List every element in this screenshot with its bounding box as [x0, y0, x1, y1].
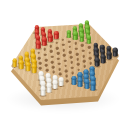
- peg-head: [77, 72, 82, 77]
- peg-head: [89, 66, 94, 71]
- peg-head: [53, 80, 58, 85]
- board-hole: [89, 62, 92, 65]
- peg-head: [40, 81, 45, 86]
- peg-head: [91, 81, 96, 86]
- peg-black[interactable]: [95, 58, 100, 67]
- peg-head: [100, 44, 105, 48]
- peg-white[interactable]: [47, 83, 52, 92]
- peg-head: [90, 76, 95, 81]
- board-hole: [62, 38, 65, 41]
- peg-head: [30, 49, 35, 53]
- board-hole: [57, 57, 60, 60]
- peg-white[interactable]: [53, 80, 58, 89]
- peg-blue[interactable]: [91, 81, 96, 90]
- board-hole: [45, 59, 48, 62]
- board-hole: [88, 51, 91, 54]
- board-hole: [75, 42, 78, 45]
- board-hole: [45, 64, 48, 67]
- peg-head: [41, 86, 46, 91]
- peg-green[interactable]: [86, 35, 90, 43]
- board-hole: [46, 69, 49, 72]
- peg-head: [84, 74, 89, 79]
- peg-head: [47, 83, 52, 88]
- board-hole: [59, 73, 62, 76]
- peg-black[interactable]: [113, 48, 118, 56]
- peg-blue[interactable]: [71, 76, 76, 85]
- board-hole: [89, 57, 92, 60]
- board-hole: [83, 60, 86, 63]
- peg-blue[interactable]: [78, 77, 83, 86]
- peg-red[interactable]: [48, 34, 52, 42]
- board-hole: [76, 58, 79, 61]
- peg-head: [83, 69, 88, 74]
- board-hole: [65, 75, 68, 78]
- peg-head: [52, 75, 57, 80]
- board-hole: [81, 44, 84, 47]
- board-hole: [82, 55, 85, 58]
- board-hole: [51, 55, 54, 58]
- board-hole: [44, 53, 47, 56]
- board-hole: [57, 52, 60, 55]
- peg-head: [18, 55, 23, 59]
- peg-head: [94, 47, 99, 51]
- peg-head: [71, 76, 76, 81]
- board-cells-layer: [0, 0, 128, 128]
- peg-head: [107, 51, 112, 55]
- peg-yellow[interactable]: [12, 58, 17, 67]
- board-hole: [51, 60, 54, 63]
- board-hole: [69, 45, 72, 48]
- peg-green[interactable]: [73, 31, 77, 39]
- board-hole: [43, 48, 46, 51]
- board-hole: [58, 62, 61, 65]
- peg-yellow[interactable]: [25, 62, 30, 71]
- board-hole: [37, 51, 40, 54]
- board-hole: [56, 42, 59, 45]
- peg-head: [78, 77, 83, 82]
- board-hole: [75, 47, 78, 50]
- board-hole: [77, 63, 80, 66]
- board-hole: [52, 66, 55, 69]
- peg-yellow[interactable]: [32, 64, 37, 73]
- board-hole: [71, 66, 74, 69]
- peg-red[interactable]: [42, 37, 46, 45]
- board-hole: [65, 70, 68, 73]
- board-hole: [58, 68, 61, 71]
- board-hole: [63, 54, 66, 57]
- board-hole: [82, 49, 85, 52]
- peg-head: [90, 71, 95, 76]
- peg-head: [106, 46, 111, 50]
- board-hole: [77, 68, 80, 71]
- peg-black[interactable]: [101, 54, 106, 63]
- board-hole: [52, 71, 55, 74]
- peg-head: [100, 49, 105, 53]
- board-hole: [63, 49, 66, 52]
- peg-head: [32, 64, 37, 69]
- peg-red[interactable]: [54, 31, 58, 39]
- peg-head: [84, 79, 89, 84]
- peg-red[interactable]: [36, 40, 40, 48]
- board-hole: [66, 80, 69, 83]
- peg-head: [31, 54, 36, 58]
- peg-head: [94, 52, 99, 56]
- photo-scene: [0, 0, 128, 128]
- peg-head: [39, 71, 44, 76]
- board-hole: [38, 62, 41, 65]
- peg-head: [46, 78, 51, 83]
- peg-head: [24, 52, 29, 56]
- board-hole: [62, 44, 65, 47]
- peg-head: [113, 48, 118, 52]
- peg-head: [40, 76, 45, 81]
- peg-black[interactable]: [107, 51, 112, 59]
- peg-blue[interactable]: [84, 79, 89, 88]
- peg-head: [46, 73, 51, 78]
- peg-green[interactable]: [67, 30, 71, 38]
- peg-green[interactable]: [80, 33, 84, 41]
- board-hole: [56, 47, 59, 50]
- peg-head: [59, 77, 64, 82]
- board-hole: [88, 46, 91, 49]
- peg-yellow[interactable]: [19, 60, 24, 69]
- board-hole: [68, 40, 71, 43]
- board-hole: [39, 67, 42, 70]
- board-hole: [76, 53, 79, 56]
- board-hole: [49, 45, 52, 48]
- peg-white[interactable]: [59, 77, 64, 86]
- board-hole: [69, 51, 72, 54]
- board-hole: [70, 61, 73, 64]
- peg-head: [101, 54, 106, 58]
- peg-white[interactable]: [41, 86, 46, 95]
- board-hole: [64, 64, 67, 67]
- board-hole: [38, 57, 41, 60]
- board-hole: [50, 50, 53, 53]
- board-hole: [70, 56, 73, 59]
- board-hole: [64, 59, 67, 62]
- board-hole: [83, 65, 86, 68]
- board-hole: [71, 72, 74, 75]
